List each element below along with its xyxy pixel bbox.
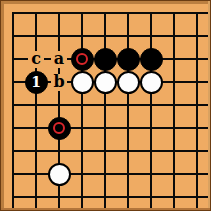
go-board-diagram: 1cab (0, 0, 211, 211)
white-stone-point (48, 163, 71, 186)
black-stone (48, 117, 71, 140)
black-stone-point (117, 48, 140, 71)
stone-number: 1 (31, 75, 41, 89)
board-grid: 1cab (2, 2, 209, 209)
circle-mark (53, 122, 65, 134)
white-stone-point (94, 71, 117, 94)
black-stone-point (94, 48, 117, 71)
white-stone (71, 71, 94, 94)
black-stone (71, 48, 94, 71)
black-stone-point (71, 48, 94, 71)
white-stone (140, 71, 163, 94)
black-stone-point: 1 (25, 71, 48, 94)
black-stone (140, 48, 163, 71)
white-stone (48, 163, 71, 186)
point-label: b (51, 74, 67, 91)
black-stone: 1 (25, 71, 48, 94)
black-stone (117, 48, 140, 71)
black-stone-point (140, 48, 163, 71)
white-stone-point (117, 71, 140, 94)
white-stone (117, 71, 140, 94)
white-stone-point (140, 71, 163, 94)
black-stone-point (48, 117, 71, 140)
point-label-c: c (25, 48, 48, 71)
white-stone-point (71, 71, 94, 94)
white-stone (94, 71, 117, 94)
point-label: a (51, 51, 67, 68)
point-label-a: a (48, 48, 71, 71)
circle-mark (76, 53, 88, 65)
point-label-b: b (48, 71, 71, 94)
black-stone (94, 48, 117, 71)
point-label: c (28, 51, 44, 68)
